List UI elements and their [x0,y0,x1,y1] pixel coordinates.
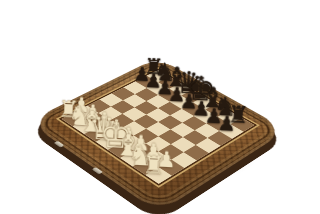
product-photo: ♜♞♝♛♚♝♞♜♟♟♟♟♟♟♟♟♟♟♟♟♟♟♟♟♜♞♝♛♚♝♞♜ [0,0,320,214]
piece-black-pawn[interactable]: ♟ [208,112,245,134]
piece-white-rook[interactable]: ♜ [134,152,173,179]
